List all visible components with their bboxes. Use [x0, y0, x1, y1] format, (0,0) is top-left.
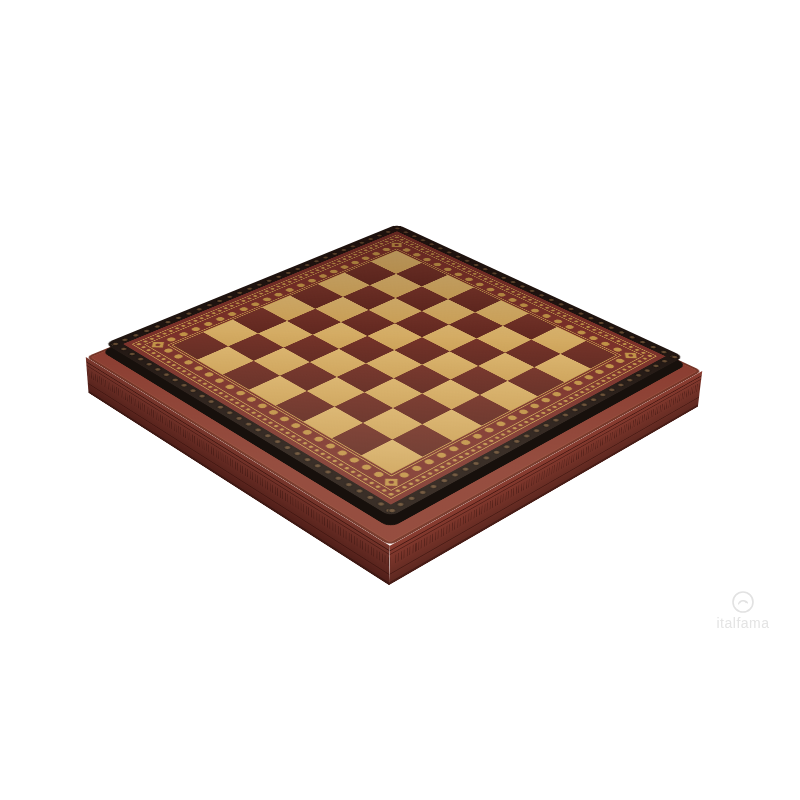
corner-rosette-icon — [625, 353, 637, 359]
perspective-scene — [0, 0, 800, 800]
playing-surface — [105, 224, 684, 517]
corner-rosette-icon — [152, 342, 164, 348]
brand-watermark: italfama — [698, 590, 788, 630]
corner-rosette-icon — [392, 243, 402, 248]
italfama-logo-icon — [731, 590, 755, 614]
chess-board-3d — [86, 229, 702, 545]
corner-rosette-icon — [385, 479, 398, 486]
product-photo — [0, 0, 800, 800]
watermark-text: italfama — [698, 616, 788, 630]
